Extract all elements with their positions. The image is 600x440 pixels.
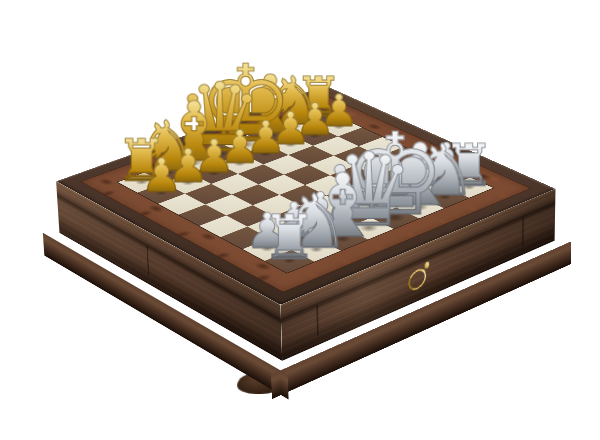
drawer-seam-right-near — [316, 305, 318, 336]
drawer-seam-right-far — [522, 217, 524, 247]
chess-case: ♜♟♟♜♞♟♟♞♝♟♟♝♚♟♟♚♛♟♟♛♝♟♟♝♞♟♟♞♜♟♟♜ — [56, 85, 555, 305]
product-photo-scene: ♜♟♟♜♞♟♟♞♝♟♟♝♚♟♟♚♛♟♟♛♝♟♟♝♞♟♟♞♜♟♟♜ — [0, 0, 600, 440]
drawer-seam-left — [146, 245, 149, 275]
ring-pull-knob — [425, 261, 430, 270]
drawer-ring-pull — [407, 265, 428, 295]
